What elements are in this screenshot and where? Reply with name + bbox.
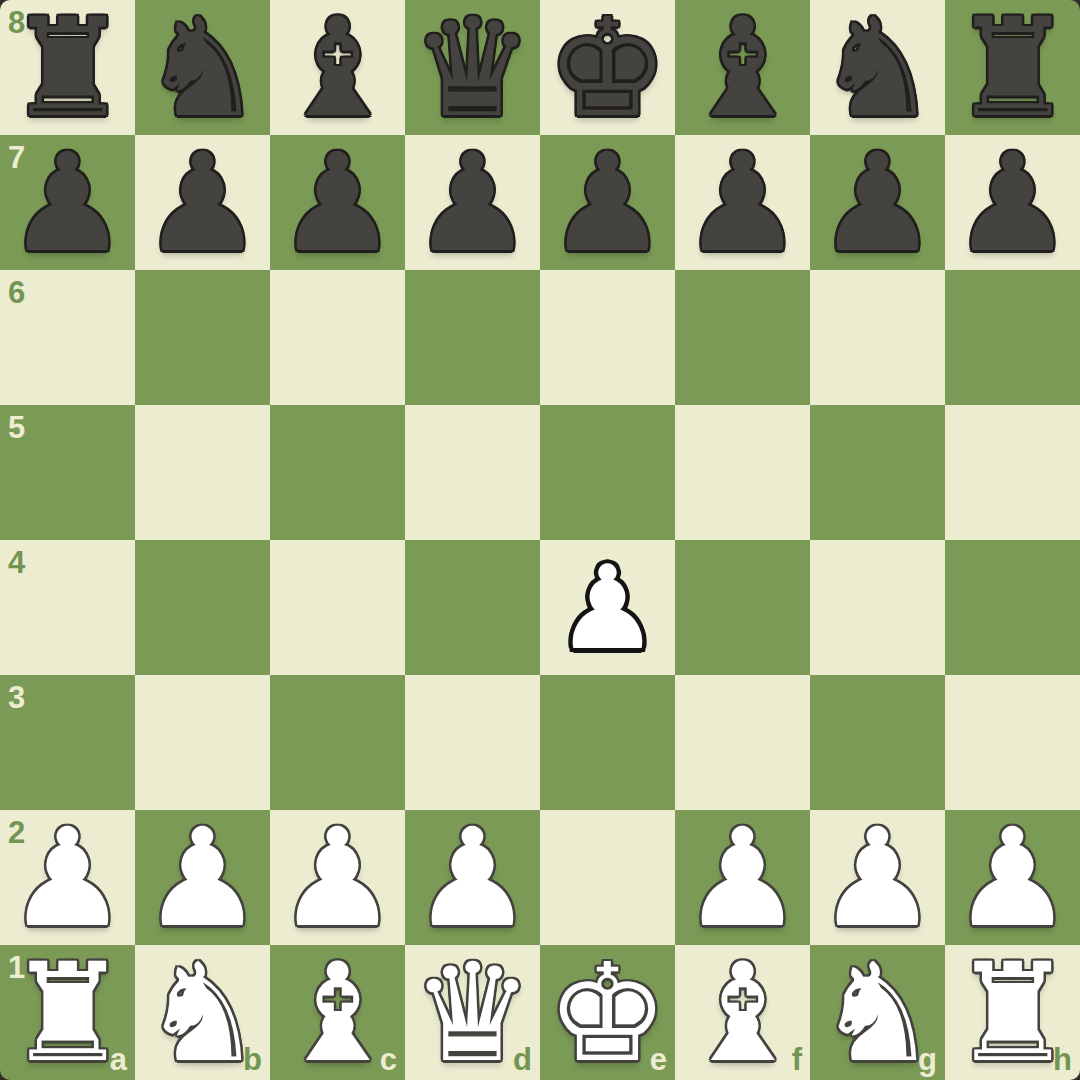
square-f4[interactable]: [675, 540, 810, 675]
black-pawn-piece[interactable]: ♟: [405, 135, 540, 270]
white-pawn-piece[interactable]: ♟: [135, 810, 270, 945]
square-a5[interactable]: 5: [0, 405, 135, 540]
square-c7[interactable]: ♟: [270, 135, 405, 270]
square-h5[interactable]: [945, 405, 1080, 540]
white-pawn-piece[interactable]: ♟: [810, 810, 945, 945]
square-g3[interactable]: [810, 675, 945, 810]
square-f3[interactable]: [675, 675, 810, 810]
white-rook-piece[interactable]: ♜: [945, 945, 1080, 1080]
black-pawn-piece[interactable]: ♟: [0, 135, 135, 270]
square-b8[interactable]: ♞: [135, 0, 270, 135]
white-pawn-piece[interactable]: ♟: [0, 810, 135, 945]
square-b7[interactable]: ♟: [135, 135, 270, 270]
square-f7[interactable]: ♟: [675, 135, 810, 270]
square-h2[interactable]: ♟: [945, 810, 1080, 945]
square-h6[interactable]: [945, 270, 1080, 405]
square-c1[interactable]: c♝: [270, 945, 405, 1080]
square-f1[interactable]: f♝: [675, 945, 810, 1080]
black-pawn-piece[interactable]: ♟: [810, 135, 945, 270]
white-knight-piece[interactable]: ♞: [810, 945, 945, 1080]
square-b3[interactable]: [135, 675, 270, 810]
square-d3[interactable]: [405, 675, 540, 810]
square-b4[interactable]: [135, 540, 270, 675]
square-f2[interactable]: ♟: [675, 810, 810, 945]
square-g7[interactable]: ♟: [810, 135, 945, 270]
square-c4[interactable]: [270, 540, 405, 675]
square-g4[interactable]: [810, 540, 945, 675]
square-g5[interactable]: [810, 405, 945, 540]
white-pawn-piece[interactable]: ♟: [540, 540, 675, 675]
square-e1[interactable]: e♚: [540, 945, 675, 1080]
black-knight-piece[interactable]: ♞: [135, 0, 270, 135]
square-a2[interactable]: 2♟: [0, 810, 135, 945]
black-pawn-piece[interactable]: ♟: [675, 135, 810, 270]
white-rook-piece[interactable]: ♜: [0, 945, 135, 1080]
square-c8[interactable]: ♝: [270, 0, 405, 135]
square-e3[interactable]: [540, 675, 675, 810]
square-d5[interactable]: [405, 405, 540, 540]
black-pawn-piece[interactable]: ♟: [540, 135, 675, 270]
rank-label-5: 5: [8, 412, 25, 443]
square-c3[interactable]: [270, 675, 405, 810]
square-b6[interactable]: [135, 270, 270, 405]
rank-label-6: 6: [8, 277, 25, 308]
square-h7[interactable]: ♟: [945, 135, 1080, 270]
square-g1[interactable]: g♞: [810, 945, 945, 1080]
square-c2[interactable]: ♟: [270, 810, 405, 945]
square-g8[interactable]: ♞: [810, 0, 945, 135]
square-e7[interactable]: ♟: [540, 135, 675, 270]
square-f8[interactable]: ♝: [675, 0, 810, 135]
rank-label-4: 4: [8, 547, 25, 578]
square-h4[interactable]: [945, 540, 1080, 675]
white-bishop-piece[interactable]: ♝: [675, 945, 810, 1080]
rank-label-3: 3: [8, 682, 25, 713]
square-d4[interactable]: [405, 540, 540, 675]
black-bishop-piece[interactable]: ♝: [270, 0, 405, 135]
black-bishop-piece[interactable]: ♝: [675, 0, 810, 135]
square-b1[interactable]: b♞: [135, 945, 270, 1080]
square-g2[interactable]: ♟: [810, 810, 945, 945]
black-knight-piece[interactable]: ♞: [810, 0, 945, 135]
black-rook-piece[interactable]: ♜: [945, 0, 1080, 135]
black-king-piece[interactable]: ♚: [540, 0, 675, 135]
square-f6[interactable]: [675, 270, 810, 405]
square-h1[interactable]: h♜: [945, 945, 1080, 1080]
square-d7[interactable]: ♟: [405, 135, 540, 270]
white-pawn-piece[interactable]: ♟: [945, 810, 1080, 945]
square-e5[interactable]: [540, 405, 675, 540]
black-queen-piece[interactable]: ♛: [405, 0, 540, 135]
square-a7[interactable]: 7♟: [0, 135, 135, 270]
square-d1[interactable]: d♛: [405, 945, 540, 1080]
square-f5[interactable]: [675, 405, 810, 540]
square-e2[interactable]: [540, 810, 675, 945]
square-g6[interactable]: [810, 270, 945, 405]
square-d6[interactable]: [405, 270, 540, 405]
square-a3[interactable]: 3: [0, 675, 135, 810]
white-king-piece[interactable]: ♚: [540, 945, 675, 1080]
black-pawn-piece[interactable]: ♟: [135, 135, 270, 270]
black-pawn-piece[interactable]: ♟: [270, 135, 405, 270]
square-c5[interactable]: [270, 405, 405, 540]
square-e8[interactable]: ♚: [540, 0, 675, 135]
square-e6[interactable]: [540, 270, 675, 405]
white-pawn-piece[interactable]: ♟: [405, 810, 540, 945]
square-d2[interactable]: ♟: [405, 810, 540, 945]
square-b5[interactable]: [135, 405, 270, 540]
square-e4[interactable]: ♟: [540, 540, 675, 675]
square-a6[interactable]: 6: [0, 270, 135, 405]
square-a1[interactable]: 1a♜: [0, 945, 135, 1080]
square-h8[interactable]: ♜: [945, 0, 1080, 135]
white-pawn-piece[interactable]: ♟: [270, 810, 405, 945]
white-pawn-piece[interactable]: ♟: [675, 810, 810, 945]
white-knight-piece[interactable]: ♞: [135, 945, 270, 1080]
black-pawn-piece[interactable]: ♟: [945, 135, 1080, 270]
square-h3[interactable]: [945, 675, 1080, 810]
white-bishop-piece[interactable]: ♝: [270, 945, 405, 1080]
square-d8[interactable]: ♛: [405, 0, 540, 135]
square-c6[interactable]: [270, 270, 405, 405]
square-b2[interactable]: ♟: [135, 810, 270, 945]
white-queen-piece[interactable]: ♛: [405, 945, 540, 1080]
black-rook-piece[interactable]: ♜: [0, 0, 135, 135]
square-a4[interactable]: 4: [0, 540, 135, 675]
chess-board: 8♜♞♝♛♚♝♞♜7♟♟♟♟♟♟♟♟654♟32♟♟♟♟♟♟♟1a♜b♞c♝d♛…: [0, 0, 1080, 1080]
square-a8[interactable]: 8♜: [0, 0, 135, 135]
